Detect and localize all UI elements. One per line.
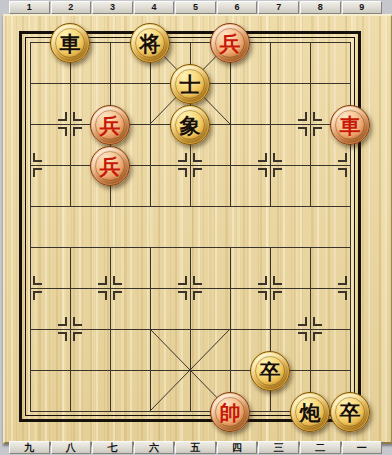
piece-black-general[interactable]: 将 [130,23,170,63]
piece-black-soldier[interactable]: 卒 [330,392,370,432]
file-label-bottom: 三 [258,441,299,454]
piece-red-soldier[interactable]: 兵 [210,23,250,63]
piece-red-chariot[interactable]: 車 [330,105,370,145]
piece-glyph: 炮 [300,402,321,423]
bottom-coordinate-bar: 九八七六五四三二一 [9,441,383,454]
piece-glyph: 卒 [260,361,281,382]
piece-glyph: 卒 [340,402,361,423]
file-label-bottom: 六 [134,441,175,454]
piece-red-general[interactable]: 帥 [210,392,250,432]
piece-black-soldier[interactable]: 卒 [250,351,290,391]
file-label-bottom: 七 [92,441,133,454]
file-label-bottom: 九 [9,441,50,454]
file-label-bottom: 二 [300,441,341,454]
piece-glyph: 士 [180,74,201,95]
piece-glyph: 兵 [220,33,241,54]
file-label-bottom: 四 [217,441,258,454]
piece-glyph: 兵 [100,156,121,177]
file-label-bottom: 五 [175,441,216,454]
piece-glyph: 将 [140,33,161,54]
piece-black-cannon[interactable]: 炮 [290,392,330,432]
piece-glyph: 帥 [220,402,241,423]
piece-red-soldier[interactable]: 兵 [90,105,130,145]
piece-black-advisor[interactable]: 士 [170,64,210,104]
piece-glyph: 兵 [100,115,121,136]
file-label-bottom: 一 [342,441,383,454]
xiangqi-app-window: 123456789 車将兵士兵象車兵卒帥炮卒 九八七六五四三二一 [0,0,392,455]
file-label-bottom: 八 [51,441,92,454]
piece-glyph: 象 [180,115,201,136]
piece-black-chariot[interactable]: 車 [50,23,90,63]
piece-glyph: 車 [340,115,361,136]
piece-black-elephant[interactable]: 象 [170,105,210,145]
piece-red-soldier[interactable]: 兵 [90,146,130,186]
piece-glyph: 車 [60,33,81,54]
